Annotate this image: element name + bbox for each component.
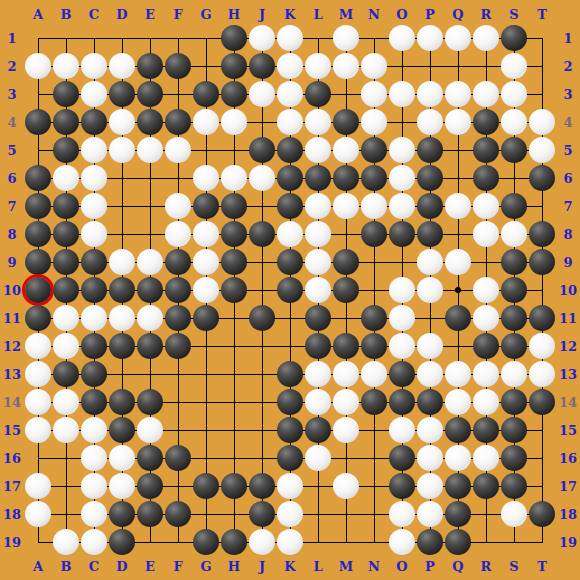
stone-black[interactable] (109, 501, 135, 527)
stone-white[interactable] (53, 333, 79, 359)
intersection[interactable] (388, 248, 416, 276)
intersection[interactable] (416, 444, 444, 472)
stone-white[interactable] (529, 109, 555, 135)
stone-white[interactable] (445, 109, 471, 135)
stone-white[interactable] (109, 445, 135, 471)
intersection[interactable] (416, 500, 444, 528)
stone-white[interactable] (277, 25, 303, 51)
stone-black-last-move-marker[interactable] (25, 277, 51, 303)
stone-black[interactable] (361, 333, 387, 359)
stone-white[interactable] (277, 501, 303, 527)
intersection[interactable] (136, 248, 164, 276)
intersection[interactable] (24, 528, 52, 556)
intersection[interactable] (276, 24, 304, 52)
intersection[interactable] (360, 416, 388, 444)
intersection[interactable] (332, 332, 360, 360)
intersection[interactable] (24, 332, 52, 360)
stone-black[interactable] (501, 333, 527, 359)
intersection[interactable] (472, 24, 500, 52)
intersection[interactable] (192, 108, 220, 136)
stone-white[interactable] (81, 501, 107, 527)
intersection[interactable] (248, 52, 276, 80)
stone-white[interactable] (445, 81, 471, 107)
stone-black[interactable] (137, 389, 163, 415)
intersection[interactable] (136, 416, 164, 444)
intersection[interactable] (472, 248, 500, 276)
stone-black[interactable] (221, 193, 247, 219)
stone-black[interactable] (529, 221, 555, 247)
stone-white[interactable] (221, 165, 247, 191)
intersection[interactable] (332, 304, 360, 332)
stone-black[interactable] (81, 249, 107, 275)
stone-white[interactable] (53, 417, 79, 443)
intersection[interactable] (472, 108, 500, 136)
intersection[interactable] (500, 528, 528, 556)
intersection[interactable] (528, 360, 556, 388)
intersection[interactable] (164, 192, 192, 220)
stone-white[interactable] (305, 389, 331, 415)
stone-black[interactable] (165, 249, 191, 275)
intersection[interactable] (500, 248, 528, 276)
intersection[interactable] (304, 136, 332, 164)
stone-black[interactable] (165, 501, 191, 527)
intersection[interactable] (108, 332, 136, 360)
intersection[interactable] (164, 164, 192, 192)
stone-black[interactable] (305, 81, 331, 107)
intersection[interactable] (136, 136, 164, 164)
intersection[interactable] (108, 528, 136, 556)
intersection[interactable] (24, 52, 52, 80)
intersection[interactable] (24, 220, 52, 248)
intersection[interactable] (164, 136, 192, 164)
intersection[interactable] (528, 24, 556, 52)
stone-white[interactable] (501, 221, 527, 247)
stone-white[interactable] (529, 137, 555, 163)
intersection[interactable] (248, 248, 276, 276)
intersection[interactable] (500, 52, 528, 80)
stone-white[interactable] (389, 165, 415, 191)
stone-white[interactable] (333, 137, 359, 163)
intersection[interactable] (276, 248, 304, 276)
intersection[interactable] (192, 304, 220, 332)
intersection[interactable] (500, 80, 528, 108)
intersection[interactable] (220, 444, 248, 472)
intersection[interactable] (304, 472, 332, 500)
stone-black[interactable] (473, 165, 499, 191)
intersection[interactable] (500, 388, 528, 416)
intersection[interactable] (528, 416, 556, 444)
stone-black[interactable] (361, 221, 387, 247)
stone-black[interactable] (417, 137, 443, 163)
stone-black[interactable] (137, 333, 163, 359)
intersection[interactable] (52, 304, 80, 332)
intersection[interactable] (164, 80, 192, 108)
intersection[interactable] (360, 388, 388, 416)
intersection[interactable] (164, 332, 192, 360)
intersection[interactable] (444, 192, 472, 220)
intersection[interactable] (388, 24, 416, 52)
intersection[interactable] (52, 248, 80, 276)
stone-white[interactable] (473, 277, 499, 303)
stone-black[interactable] (193, 473, 219, 499)
intersection[interactable] (80, 276, 108, 304)
stone-white[interactable] (81, 417, 107, 443)
intersection[interactable] (388, 220, 416, 248)
intersection[interactable] (80, 136, 108, 164)
intersection[interactable] (388, 80, 416, 108)
intersection[interactable] (52, 472, 80, 500)
intersection[interactable] (136, 332, 164, 360)
intersection[interactable] (444, 24, 472, 52)
intersection[interactable] (276, 136, 304, 164)
intersection[interactable] (24, 136, 52, 164)
intersection[interactable] (220, 136, 248, 164)
stone-black[interactable] (473, 473, 499, 499)
stone-white[interactable] (417, 25, 443, 51)
intersection[interactable] (444, 528, 472, 556)
intersection[interactable] (24, 360, 52, 388)
stone-white[interactable] (165, 193, 191, 219)
intersection[interactable] (360, 528, 388, 556)
stone-white[interactable] (417, 473, 443, 499)
stone-white[interactable] (417, 109, 443, 135)
stone-white[interactable] (305, 361, 331, 387)
intersection[interactable] (192, 192, 220, 220)
stone-white[interactable] (109, 473, 135, 499)
intersection[interactable] (304, 192, 332, 220)
intersection[interactable] (52, 136, 80, 164)
intersection[interactable] (52, 416, 80, 444)
intersection[interactable] (108, 192, 136, 220)
intersection[interactable] (444, 248, 472, 276)
stone-black[interactable] (389, 221, 415, 247)
intersection[interactable] (360, 164, 388, 192)
intersection[interactable] (444, 220, 472, 248)
intersection[interactable] (360, 332, 388, 360)
stone-white[interactable] (249, 529, 275, 555)
stone-black[interactable] (277, 445, 303, 471)
stone-black[interactable] (305, 417, 331, 443)
intersection[interactable] (136, 444, 164, 472)
intersection[interactable] (192, 52, 220, 80)
stone-black[interactable] (25, 165, 51, 191)
intersection[interactable] (388, 276, 416, 304)
stone-black[interactable] (221, 249, 247, 275)
intersection[interactable] (528, 444, 556, 472)
stone-white[interactable] (361, 193, 387, 219)
intersection[interactable] (388, 52, 416, 80)
intersection[interactable] (248, 192, 276, 220)
intersection[interactable] (80, 500, 108, 528)
stone-black[interactable] (277, 361, 303, 387)
stone-black[interactable] (221, 25, 247, 51)
stone-white[interactable] (305, 137, 331, 163)
stone-black[interactable] (249, 501, 275, 527)
intersection[interactable] (444, 108, 472, 136)
intersection[interactable] (220, 80, 248, 108)
intersection[interactable] (220, 192, 248, 220)
stone-white[interactable] (501, 109, 527, 135)
stone-black[interactable] (445, 529, 471, 555)
intersection[interactable] (136, 80, 164, 108)
stone-white[interactable] (445, 361, 471, 387)
stone-white[interactable] (417, 445, 443, 471)
intersection[interactable] (52, 164, 80, 192)
intersection[interactable] (360, 360, 388, 388)
intersection[interactable] (304, 332, 332, 360)
intersection[interactable] (500, 192, 528, 220)
stone-black[interactable] (221, 221, 247, 247)
intersection[interactable] (360, 108, 388, 136)
stone-white[interactable] (417, 361, 443, 387)
intersection[interactable] (388, 164, 416, 192)
intersection[interactable] (276, 304, 304, 332)
intersection[interactable] (108, 80, 136, 108)
stone-white[interactable] (389, 529, 415, 555)
stone-white[interactable] (193, 277, 219, 303)
intersection[interactable] (416, 304, 444, 332)
intersection[interactable] (52, 24, 80, 52)
stone-black[interactable] (501, 305, 527, 331)
intersection[interactable] (136, 276, 164, 304)
intersection[interactable] (136, 24, 164, 52)
stone-black[interactable] (277, 277, 303, 303)
intersection[interactable] (24, 304, 52, 332)
stone-black[interactable] (221, 277, 247, 303)
intersection[interactable] (304, 220, 332, 248)
intersection[interactable] (472, 220, 500, 248)
stone-black[interactable] (165, 305, 191, 331)
stone-black[interactable] (305, 165, 331, 191)
stone-black[interactable] (137, 473, 163, 499)
intersection[interactable] (108, 388, 136, 416)
intersection[interactable] (136, 500, 164, 528)
intersection[interactable] (528, 304, 556, 332)
intersection[interactable] (24, 472, 52, 500)
stone-white[interactable] (417, 501, 443, 527)
intersection[interactable] (164, 528, 192, 556)
intersection[interactable] (220, 164, 248, 192)
intersection[interactable] (500, 108, 528, 136)
intersection[interactable] (248, 472, 276, 500)
intersection[interactable] (248, 528, 276, 556)
stone-black[interactable] (81, 389, 107, 415)
intersection[interactable] (500, 276, 528, 304)
intersection[interactable] (500, 360, 528, 388)
intersection[interactable] (276, 192, 304, 220)
intersection[interactable] (164, 24, 192, 52)
stone-white[interactable] (25, 417, 51, 443)
stone-white[interactable] (473, 389, 499, 415)
stone-black[interactable] (501, 193, 527, 219)
intersection[interactable] (304, 108, 332, 136)
stone-white[interactable] (193, 109, 219, 135)
stone-white[interactable] (109, 249, 135, 275)
stone-white[interactable] (193, 249, 219, 275)
intersection[interactable] (388, 136, 416, 164)
intersection[interactable] (192, 24, 220, 52)
intersection[interactable] (500, 472, 528, 500)
stone-black[interactable] (25, 305, 51, 331)
stone-black[interactable] (277, 165, 303, 191)
intersection[interactable] (52, 500, 80, 528)
intersection[interactable] (80, 164, 108, 192)
intersection[interactable] (332, 220, 360, 248)
stone-white[interactable] (53, 529, 79, 555)
intersection[interactable] (248, 220, 276, 248)
stone-black[interactable] (165, 53, 191, 79)
intersection[interactable] (136, 220, 164, 248)
stone-black[interactable] (25, 109, 51, 135)
stone-white[interactable] (25, 501, 51, 527)
intersection[interactable] (304, 52, 332, 80)
stone-white[interactable] (445, 25, 471, 51)
intersection[interactable] (528, 136, 556, 164)
intersection[interactable] (248, 80, 276, 108)
intersection[interactable] (472, 192, 500, 220)
intersection[interactable] (472, 360, 500, 388)
intersection[interactable] (248, 444, 276, 472)
intersection[interactable] (276, 360, 304, 388)
intersection[interactable] (220, 332, 248, 360)
stone-white[interactable] (389, 25, 415, 51)
intersection[interactable] (80, 108, 108, 136)
stone-black[interactable] (109, 529, 135, 555)
intersection[interactable] (332, 80, 360, 108)
intersection[interactable] (444, 360, 472, 388)
stone-black[interactable] (361, 137, 387, 163)
intersection[interactable] (500, 416, 528, 444)
intersection[interactable] (416, 192, 444, 220)
intersection[interactable] (192, 332, 220, 360)
intersection[interactable] (192, 444, 220, 472)
stone-black[interactable] (81, 361, 107, 387)
stone-black[interactable] (53, 361, 79, 387)
intersection[interactable] (416, 276, 444, 304)
intersection[interactable] (220, 360, 248, 388)
stone-black[interactable] (389, 445, 415, 471)
stone-black[interactable] (445, 473, 471, 499)
stone-black[interactable] (109, 389, 135, 415)
stone-black[interactable] (473, 137, 499, 163)
intersection[interactable] (472, 52, 500, 80)
stone-black[interactable] (277, 137, 303, 163)
stone-white[interactable] (389, 417, 415, 443)
intersection[interactable] (528, 220, 556, 248)
intersection[interactable] (360, 276, 388, 304)
intersection[interactable] (136, 164, 164, 192)
stone-black[interactable] (445, 417, 471, 443)
intersection[interactable] (52, 52, 80, 80)
stone-black[interactable] (137, 81, 163, 107)
intersection[interactable] (80, 52, 108, 80)
intersection[interactable] (304, 80, 332, 108)
stone-white[interactable] (361, 53, 387, 79)
intersection[interactable] (80, 192, 108, 220)
stone-white[interactable] (277, 109, 303, 135)
stone-black[interactable] (417, 193, 443, 219)
intersection[interactable] (108, 304, 136, 332)
intersection[interactable] (472, 164, 500, 192)
intersection[interactable] (164, 360, 192, 388)
stone-black[interactable] (529, 249, 555, 275)
stone-white[interactable] (417, 417, 443, 443)
intersection[interactable] (360, 248, 388, 276)
intersection[interactable] (164, 276, 192, 304)
intersection[interactable] (360, 52, 388, 80)
intersection[interactable] (24, 416, 52, 444)
intersection[interactable] (416, 80, 444, 108)
intersection[interactable] (304, 360, 332, 388)
intersection[interactable] (444, 332, 472, 360)
intersection[interactable] (164, 220, 192, 248)
intersection[interactable] (360, 24, 388, 52)
stone-black[interactable] (389, 389, 415, 415)
stone-black[interactable] (501, 249, 527, 275)
intersection[interactable] (332, 444, 360, 472)
intersection[interactable] (388, 332, 416, 360)
intersection[interactable] (80, 416, 108, 444)
stone-white[interactable] (277, 221, 303, 247)
intersection[interactable] (52, 388, 80, 416)
stone-black[interactable] (221, 81, 247, 107)
stone-black[interactable] (25, 221, 51, 247)
stone-white[interactable] (25, 361, 51, 387)
stone-white[interactable] (305, 53, 331, 79)
stone-black[interactable] (53, 137, 79, 163)
intersection[interactable] (220, 388, 248, 416)
intersection[interactable] (304, 528, 332, 556)
intersection[interactable] (360, 136, 388, 164)
intersection[interactable] (388, 304, 416, 332)
stone-white[interactable] (473, 81, 499, 107)
stone-black[interactable] (333, 109, 359, 135)
intersection[interactable] (304, 276, 332, 304)
stone-black[interactable] (165, 445, 191, 471)
intersection[interactable] (444, 388, 472, 416)
stone-white[interactable] (305, 221, 331, 247)
intersection[interactable] (304, 304, 332, 332)
stone-black[interactable] (193, 529, 219, 555)
stone-black[interactable] (305, 305, 331, 331)
intersection[interactable] (332, 500, 360, 528)
stone-black[interactable] (81, 277, 107, 303)
stone-white[interactable] (277, 529, 303, 555)
intersection[interactable] (416, 388, 444, 416)
intersection[interactable] (472, 444, 500, 472)
intersection[interactable] (332, 164, 360, 192)
stone-white[interactable] (25, 53, 51, 79)
intersection[interactable] (24, 248, 52, 276)
stone-white[interactable] (389, 501, 415, 527)
stone-white[interactable] (81, 53, 107, 79)
intersection[interactable] (276, 332, 304, 360)
intersection[interactable] (276, 472, 304, 500)
intersection[interactable] (220, 528, 248, 556)
intersection[interactable] (164, 416, 192, 444)
stone-black[interactable] (193, 305, 219, 331)
stone-white[interactable] (109, 137, 135, 163)
stone-white[interactable] (53, 53, 79, 79)
intersection[interactable] (164, 248, 192, 276)
stone-white[interactable] (445, 193, 471, 219)
intersection[interactable] (304, 388, 332, 416)
intersection[interactable] (416, 164, 444, 192)
intersection[interactable] (444, 136, 472, 164)
intersection[interactable] (444, 52, 472, 80)
stone-white[interactable] (277, 81, 303, 107)
stone-black[interactable] (109, 417, 135, 443)
